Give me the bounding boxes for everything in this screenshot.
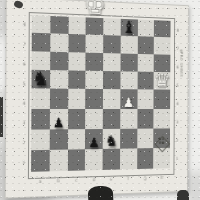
file-label-a: a (31, 179, 49, 188)
file-label-f: f (120, 176, 137, 184)
file-label-h: h (153, 175, 169, 183)
file-label-e: e (102, 176, 119, 185)
brand-text: Ⓡ PRO CHESS (179, 46, 183, 77)
rank-labels-right: 87654321 (173, 21, 181, 169)
emblem-piece-glyphs: ♞♝ ♛♚ (154, 137, 168, 145)
black-knight-a5[interactable]: ♞ (31, 69, 49, 88)
white-king-d8[interactable]: ♚ (86, 0, 104, 18)
dark-object-bottom-center (88, 185, 114, 200)
ranks-right-label-3: 3 (174, 113, 181, 131)
file-label-d: d (85, 177, 103, 186)
dark-edge-left (0, 97, 3, 137)
black-bishop-f8[interactable]: ♝ (120, 19, 137, 36)
corner-emblem: ♞♝ ♛♚ (154, 134, 168, 151)
file-label-c: c (67, 177, 85, 186)
rank-labels-left: 87654321 (20, 15, 29, 173)
ranks-left-label-8: 8 (20, 15, 28, 35)
dark-object-bottom-right (177, 190, 189, 200)
white-pawn-f4[interactable]: ♟ (120, 89, 137, 108)
ranks-right-label-4: 4 (174, 95, 181, 113)
ranks-left-label-3: 3 (20, 113, 28, 133)
black-pawn-b3[interactable]: ♟ (50, 108, 68, 128)
ranks-right-label-2: 2 (174, 132, 181, 151)
ranks-left-label-2: 2 (20, 133, 28, 153)
ranks-left-label-7: 7 (20, 34, 28, 54)
photo-scene: ♚♝♞♛♟♟♟♞ abcdefgh 87654321 87654321 Ⓡ PR… (0, 0, 200, 200)
file-label-g: g (137, 175, 154, 183)
ranks-right-label-1: 1 (173, 150, 180, 169)
chessboard-mat: ♚♝♞♛♟♟♟♞ abcdefgh 87654321 87654321 Ⓡ PR… (5, 0, 189, 199)
black-knight-e2[interactable]: ♞ (103, 128, 120, 149)
ranks-left-label-4: 4 (20, 94, 28, 114)
pieces-layer: ♚♝♞♛♟♟♟♞ (31, 15, 171, 172)
ranks-left-label-6: 6 (20, 54, 28, 74)
white-queen-h5[interactable]: ♛ (154, 71, 171, 89)
black-pawn-d2[interactable]: ♟ (85, 128, 103, 149)
ranks-left-label-5: 5 (20, 74, 28, 94)
ranks-right-label-8: 8 (174, 21, 181, 40)
file-label-b: b (49, 178, 67, 187)
ranks-right-label-5: 5 (174, 76, 181, 94)
ranks-left-label-1: 1 (20, 153, 28, 173)
